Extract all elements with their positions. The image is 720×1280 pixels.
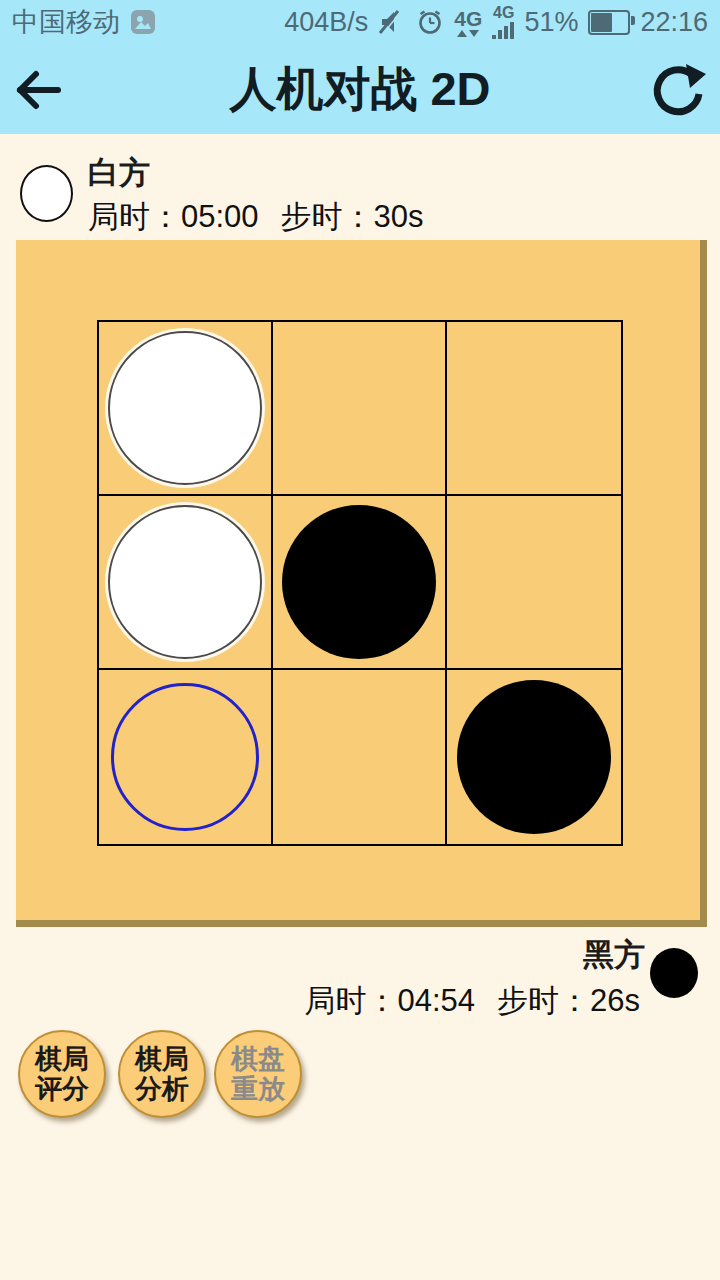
top-blue-area: 中国移动 404B/s xyxy=(0,0,720,134)
white-game-time: 05:00 xyxy=(181,199,259,234)
game-score-label-line1: 棋局 xyxy=(35,1044,89,1074)
white-stone xyxy=(108,331,262,485)
black-game-time-label: 局时： xyxy=(304,983,397,1018)
status-bar: 中国移动 404B/s xyxy=(0,0,720,44)
black-player-clock: 局时：04:54步时：26s xyxy=(0,980,640,1022)
game-score-label-line2: 评分 xyxy=(35,1074,89,1104)
board-replay-label-line1: 棋盘 xyxy=(231,1044,285,1074)
board-cell-r2c2[interactable] xyxy=(273,496,447,670)
carrier-label: 中国移动 xyxy=(12,4,120,40)
black-move-time: 26s xyxy=(590,983,640,1018)
game-analysis-label-line1: 棋局 xyxy=(135,1044,189,1074)
white-move-time: 30s xyxy=(374,199,424,234)
battery-percent-label: 51% xyxy=(524,7,578,38)
board-grid[interactable] xyxy=(97,320,623,846)
white-move-time-label: 步时： xyxy=(281,199,374,234)
board-cell-r2c1[interactable] xyxy=(99,496,273,670)
board-replay-button[interactable]: 棋盘 重放 xyxy=(214,1030,302,1118)
black-stone xyxy=(282,505,436,659)
board-panel xyxy=(16,240,707,927)
white-game-time-label: 局时： xyxy=(88,199,181,234)
board-cell-r3c1[interactable] xyxy=(99,670,273,844)
image-icon xyxy=(130,9,156,35)
board-cell-r1c3[interactable] xyxy=(447,322,621,496)
black-move-time-label: 步时： xyxy=(497,983,590,1018)
white-player-clock: 局时：05:00步时：30s xyxy=(88,196,424,238)
board-cell-r3c3[interactable] xyxy=(447,670,621,844)
board-cell-r3c2[interactable] xyxy=(273,670,447,844)
4g-signal-icon: 4G xyxy=(492,5,514,39)
white-stone xyxy=(108,505,262,659)
refresh-button[interactable] xyxy=(650,62,706,118)
net-speed-label: 404B/s xyxy=(284,7,368,38)
header: 人机对战 2D xyxy=(0,44,720,134)
game-analysis-button[interactable]: 棋局 分析 xyxy=(118,1030,206,1118)
board-cell-r1c1[interactable] xyxy=(99,322,273,496)
black-stone xyxy=(457,680,611,834)
status-left: 中国移动 xyxy=(12,4,156,40)
app-screen: 中国移动 404B/s xyxy=(0,0,720,1280)
black-game-time: 04:54 xyxy=(397,983,475,1018)
white-player-avatar xyxy=(20,165,73,222)
black-player-avatar xyxy=(650,948,698,998)
black-player-name: 黑方 xyxy=(0,934,645,976)
board-cell-r1c2[interactable] xyxy=(273,322,447,496)
game-analysis-label-line2: 分析 xyxy=(135,1074,189,1104)
clock-label: 22:16 xyxy=(640,7,708,38)
board-cell-r2c3[interactable] xyxy=(447,496,621,670)
game-score-button[interactable]: 棋局 评分 xyxy=(18,1030,106,1118)
alarm-icon xyxy=(416,8,444,36)
page-title: 人机对战 2D xyxy=(0,58,720,121)
battery-icon xyxy=(588,10,630,35)
4g-data-icon: 4G xyxy=(454,8,482,37)
mute-icon xyxy=(378,8,406,36)
white-player-name: 白方 xyxy=(88,152,150,194)
highlight-ring xyxy=(111,683,259,831)
board-replay-label-line2: 重放 xyxy=(231,1074,285,1104)
status-right: 404B/s xyxy=(284,5,708,39)
